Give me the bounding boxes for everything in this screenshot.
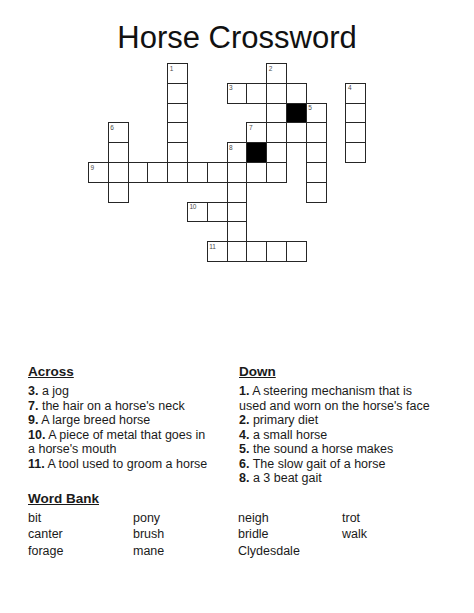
clue-num-label: 11. xyxy=(28,457,45,471)
clue-number: 3 xyxy=(229,84,232,91)
grid-cell[interactable]: 5 xyxy=(306,103,327,124)
grid-cell[interactable] xyxy=(167,83,188,104)
grid-cell[interactable]: 7 xyxy=(246,122,267,143)
grid-cell[interactable] xyxy=(286,122,307,143)
clue-line: 5. the sound a horse makes xyxy=(239,442,465,457)
clue-line: 3. a jog xyxy=(28,384,234,399)
clue-line: 4. a small horse xyxy=(239,428,465,443)
grid-cell[interactable] xyxy=(345,142,366,163)
grid-cell[interactable] xyxy=(227,182,248,203)
grid-cell[interactable] xyxy=(108,162,129,183)
clue-number: 2 xyxy=(269,65,272,72)
grid-cell[interactable]: 1 xyxy=(167,63,188,84)
grid-cell[interactable] xyxy=(345,122,366,143)
across-clue-7: 7. the hair on a horse's neck xyxy=(28,399,234,414)
grid-cell[interactable]: 9 xyxy=(88,162,109,183)
grid-cell[interactable] xyxy=(108,182,129,203)
grid-cell[interactable] xyxy=(207,202,228,223)
clue-num-label: 8. xyxy=(239,471,249,485)
clue-num-label: 2. xyxy=(239,413,249,427)
word-bank-word: bit xyxy=(28,510,133,526)
grid-cell[interactable]: 8 xyxy=(227,142,248,163)
grid-cell[interactable] xyxy=(306,122,327,143)
grid-cell[interactable] xyxy=(147,162,168,183)
clue-number: 4 xyxy=(348,84,351,91)
clue-line: 8. a 3 beat gait xyxy=(239,471,465,486)
down-clue-list: 1. A steering mechanism that isused and … xyxy=(239,384,465,486)
down-clue-4: 4. a small horse xyxy=(239,428,465,443)
grid-cell[interactable] xyxy=(167,162,188,183)
grid-cell[interactable] xyxy=(306,162,327,183)
word-bank-word: brush xyxy=(133,526,238,542)
grid-cell[interactable] xyxy=(167,142,188,163)
across-clue-10: 10. A piece of metal that goes ina horse… xyxy=(28,428,234,457)
word-bank-word: canter xyxy=(28,526,133,542)
word-bank-section: Word Bank bitcanterforageponybrushmanene… xyxy=(28,491,432,559)
grid-cell[interactable] xyxy=(286,241,307,262)
grid-cell[interactable]: 10 xyxy=(187,202,208,223)
clue-line: 10. A piece of metal that goes in xyxy=(28,428,234,443)
word-bank-column: bitcanterforage xyxy=(28,510,133,559)
clue-num-label: 6. xyxy=(239,457,249,471)
grid-cell[interactable] xyxy=(266,142,287,163)
down-clue-2: 2. primary diet xyxy=(239,413,465,428)
grid-cell[interactable]: 2 xyxy=(266,63,287,84)
clue-line: 6. The slow gait of a horse xyxy=(239,457,465,472)
grid-cell[interactable] xyxy=(246,241,267,262)
clue-line: 7. the hair on a horse's neck xyxy=(28,399,234,414)
word-bank-word: walk xyxy=(342,526,432,542)
black-cell xyxy=(246,142,267,163)
crossword-grid: 1234567891011 xyxy=(88,63,368,263)
clue-line: 1. A steering mechanism that is xyxy=(239,384,465,399)
down-header: Down xyxy=(239,364,465,380)
grid-cell[interactable] xyxy=(246,162,267,183)
across-clue-9: 9. A large breed horse xyxy=(28,413,234,428)
clue-num-label: 10. xyxy=(28,428,45,442)
across-header: Across xyxy=(28,364,234,380)
word-bank-word: neigh xyxy=(238,510,342,526)
clue-line: 11. A tool used to groom a horse xyxy=(28,457,234,472)
clue-number: 1 xyxy=(170,65,173,72)
word-bank-header: Word Bank xyxy=(28,491,432,507)
clue-num-label: 4. xyxy=(239,428,249,442)
grid-cell[interactable] xyxy=(266,83,287,104)
word-bank-column: ponybrushmane xyxy=(133,510,238,559)
grid-cell[interactable] xyxy=(167,103,188,124)
clue-num-label: 9. xyxy=(28,413,38,427)
clue-number: 8 xyxy=(229,144,232,151)
grid-cell[interactable] xyxy=(266,162,287,183)
word-bank-word: pony xyxy=(133,510,238,526)
down-clue-1: 1. A steering mechanism that isused and … xyxy=(239,384,465,413)
clue-number: 7 xyxy=(249,124,252,131)
word-bank-word: mane xyxy=(133,543,238,559)
clue-number: 10 xyxy=(190,203,197,210)
word-bank-word: Clydesdale xyxy=(238,543,342,559)
word-bank-word: bridle xyxy=(238,526,342,542)
grid-cell[interactable] xyxy=(167,122,188,143)
grid-cell[interactable]: 3 xyxy=(227,83,248,104)
clue-number: 11 xyxy=(209,243,215,250)
grid-cell[interactable]: 6 xyxy=(108,122,129,143)
across-clues-section: Across 3. a jog7. the hair on a horse's … xyxy=(28,364,234,471)
grid-cell[interactable] xyxy=(227,221,248,242)
grid-cell[interactable] xyxy=(286,83,307,104)
word-bank-column: trotwalk xyxy=(342,510,432,559)
across-clue-11: 11. A tool used to groom a horse xyxy=(28,457,234,472)
down-clue-5: 5. the sound a horse makes xyxy=(239,442,465,457)
grid-cell[interactable] xyxy=(227,241,248,262)
grid-cell[interactable] xyxy=(108,142,129,163)
clue-line: 2. primary diet xyxy=(239,413,465,428)
clue-number: 6 xyxy=(110,124,113,131)
clue-line: 9. A large breed horse xyxy=(28,413,234,428)
grid-cell[interactable] xyxy=(227,202,248,223)
down-clues-section: Down 1. A steering mechanism that isused… xyxy=(239,364,465,486)
grid-cell[interactable]: 4 xyxy=(345,83,366,104)
grid-cell[interactable] xyxy=(128,162,149,183)
clue-number: 5 xyxy=(308,104,311,111)
clue-line: a horse's mouth xyxy=(28,442,234,457)
down-clue-6: 6. The slow gait of a horse xyxy=(239,457,465,472)
grid-cell[interactable] xyxy=(246,83,267,104)
clue-num-label: 7. xyxy=(28,399,38,413)
puzzle-title: Horse Crossword xyxy=(0,20,474,56)
clue-num-label: 3. xyxy=(28,384,38,398)
grid-cell[interactable] xyxy=(306,182,327,203)
word-bank-word: forage xyxy=(28,543,133,559)
grid-cell[interactable] xyxy=(227,162,248,183)
clue-num-label: 5. xyxy=(239,442,249,456)
across-clue-3: 3. a jog xyxy=(28,384,234,399)
grid-cell[interactable] xyxy=(266,122,287,143)
grid-cell[interactable] xyxy=(266,103,287,124)
clue-line: used and worn on the horse's face xyxy=(239,399,465,414)
across-clue-list: 3. a jog7. the hair on a horse's neck9. … xyxy=(28,384,234,471)
grid-cell[interactable] xyxy=(345,103,366,124)
word-bank-word: trot xyxy=(342,510,432,526)
grid-cell[interactable] xyxy=(266,241,287,262)
grid-cell[interactable] xyxy=(207,162,228,183)
black-cell xyxy=(286,103,307,124)
clue-number: 9 xyxy=(91,164,94,171)
grid-cell[interactable] xyxy=(306,142,327,163)
word-bank-column: neighbridleClydesdale xyxy=(238,510,342,559)
grid-cell[interactable]: 11 xyxy=(207,241,228,262)
down-clue-8: 8. a 3 beat gait xyxy=(239,471,465,486)
grid-cell[interactable] xyxy=(187,162,208,183)
word-bank-list: bitcanterforageponybrushmaneneighbridleC… xyxy=(28,510,432,559)
clue-num-label: 1. xyxy=(239,384,249,398)
